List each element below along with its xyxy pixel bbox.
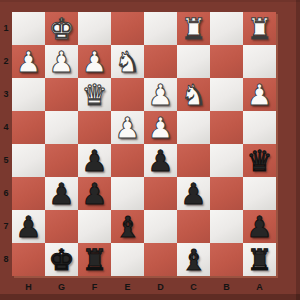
- square-h2[interactable]: ♟: [12, 45, 45, 78]
- square-c4[interactable]: [177, 111, 210, 144]
- square-g4[interactable]: [45, 111, 78, 144]
- black-queen-a5[interactable]: ♛: [243, 144, 276, 177]
- square-g5[interactable]: [45, 144, 78, 177]
- rank-label-5: 5: [0, 144, 12, 177]
- square-b6[interactable]: [210, 177, 243, 210]
- square-b3[interactable]: [210, 78, 243, 111]
- white-pawn-d3[interactable]: ♟: [144, 78, 177, 111]
- square-h1[interactable]: [12, 12, 45, 45]
- square-e7[interactable]: ♝: [111, 210, 144, 243]
- square-c7[interactable]: [177, 210, 210, 243]
- white-queen-f3[interactable]: ♛: [78, 78, 111, 111]
- square-e5[interactable]: [111, 144, 144, 177]
- square-c3[interactable]: ♞: [177, 78, 210, 111]
- square-h6[interactable]: [12, 177, 45, 210]
- square-d4[interactable]: ♟: [144, 111, 177, 144]
- square-h5[interactable]: [12, 144, 45, 177]
- file-label-a: A: [243, 276, 276, 298]
- square-a1[interactable]: ♜: [243, 12, 276, 45]
- chess-board: ♚♜♜♟♟♟♞♛♟♞♟♟♟♟♟♛♟♟♟♟♝♟♚♜♝♜: [12, 12, 276, 276]
- square-g3[interactable]: [45, 78, 78, 111]
- black-pawn-d5[interactable]: ♟: [144, 144, 177, 177]
- square-c6[interactable]: ♟: [177, 177, 210, 210]
- black-pawn-c6[interactable]: ♟: [177, 177, 210, 210]
- file-label-d: D: [144, 276, 177, 298]
- square-f7[interactable]: [78, 210, 111, 243]
- square-b5[interactable]: [210, 144, 243, 177]
- square-f5[interactable]: ♟: [78, 144, 111, 177]
- file-label-b: B: [210, 276, 243, 298]
- square-d5[interactable]: ♟: [144, 144, 177, 177]
- square-a8[interactable]: ♜: [243, 243, 276, 276]
- black-rook-a8[interactable]: ♜: [243, 243, 276, 276]
- rank-label-4: 4: [0, 111, 12, 144]
- black-king-g8[interactable]: ♚: [45, 243, 78, 276]
- rank-label-7: 7: [0, 210, 12, 243]
- file-label-e: E: [111, 276, 144, 298]
- square-g2[interactable]: ♟: [45, 45, 78, 78]
- square-a6[interactable]: [243, 177, 276, 210]
- square-d8[interactable]: [144, 243, 177, 276]
- file-label-c: C: [177, 276, 210, 298]
- white-pawn-d4[interactable]: ♟: [144, 111, 177, 144]
- rank-label-1: 1: [0, 12, 12, 45]
- square-b4[interactable]: [210, 111, 243, 144]
- white-knight-c3[interactable]: ♞: [177, 78, 210, 111]
- square-h7[interactable]: ♟: [12, 210, 45, 243]
- square-c1[interactable]: ♜: [177, 12, 210, 45]
- square-a3[interactable]: ♟: [243, 78, 276, 111]
- square-h8[interactable]: [12, 243, 45, 276]
- chess-board-frame: ♚♜♜♟♟♟♞♛♟♞♟♟♟♟♟♛♟♟♟♟♝♟♚♜♝♜ 12345678 HGFE…: [0, 0, 300, 300]
- square-h3[interactable]: [12, 78, 45, 111]
- rank-label-8: 8: [0, 243, 12, 276]
- white-king-g1[interactable]: ♚: [45, 12, 78, 45]
- square-d1[interactable]: [144, 12, 177, 45]
- white-pawn-f2[interactable]: ♟: [78, 45, 111, 78]
- square-f2[interactable]: ♟: [78, 45, 111, 78]
- square-d6[interactable]: [144, 177, 177, 210]
- white-rook-c1[interactable]: ♜: [177, 12, 210, 45]
- square-e4[interactable]: ♟: [111, 111, 144, 144]
- square-e8[interactable]: [111, 243, 144, 276]
- white-rook-a1[interactable]: ♜: [243, 12, 276, 45]
- white-pawn-e4[interactable]: ♟: [111, 111, 144, 144]
- square-f3[interactable]: ♛: [78, 78, 111, 111]
- square-b7[interactable]: [210, 210, 243, 243]
- black-pawn-f6[interactable]: ♟: [78, 177, 111, 210]
- square-e6[interactable]: [111, 177, 144, 210]
- square-g7[interactable]: [45, 210, 78, 243]
- square-f6[interactable]: ♟: [78, 177, 111, 210]
- black-pawn-h7[interactable]: ♟: [12, 210, 45, 243]
- square-f1[interactable]: [78, 12, 111, 45]
- black-rook-f8[interactable]: ♜: [78, 243, 111, 276]
- square-d2[interactable]: [144, 45, 177, 78]
- square-a4[interactable]: [243, 111, 276, 144]
- square-c8[interactable]: ♝: [177, 243, 210, 276]
- file-label-h: H: [12, 276, 45, 298]
- rank-label-2: 2: [0, 45, 12, 78]
- square-g8[interactable]: ♚: [45, 243, 78, 276]
- square-a2[interactable]: [243, 45, 276, 78]
- white-pawn-a3[interactable]: ♟: [243, 78, 276, 111]
- black-pawn-f5[interactable]: ♟: [78, 144, 111, 177]
- square-e1[interactable]: [111, 12, 144, 45]
- square-d3[interactable]: ♟: [144, 78, 177, 111]
- square-g6[interactable]: ♟: [45, 177, 78, 210]
- square-a7[interactable]: ♟: [243, 210, 276, 243]
- rank-label-6: 6: [0, 177, 12, 210]
- square-f4[interactable]: [78, 111, 111, 144]
- black-bishop-e7[interactable]: ♝: [111, 210, 144, 243]
- square-b8[interactable]: [210, 243, 243, 276]
- white-pawn-g2[interactable]: ♟: [45, 45, 78, 78]
- square-b2[interactable]: [210, 45, 243, 78]
- square-c5[interactable]: [177, 144, 210, 177]
- square-h4[interactable]: [12, 111, 45, 144]
- black-bishop-c8[interactable]: ♝: [177, 243, 210, 276]
- file-label-g: G: [45, 276, 78, 298]
- file-label-f: F: [78, 276, 111, 298]
- white-knight-e2[interactable]: ♞: [111, 45, 144, 78]
- square-c2[interactable]: [177, 45, 210, 78]
- square-a5[interactable]: ♛: [243, 144, 276, 177]
- square-f8[interactable]: ♜: [78, 243, 111, 276]
- rank-label-3: 3: [0, 78, 12, 111]
- square-b1[interactable]: [210, 12, 243, 45]
- square-g1[interactable]: ♚: [45, 12, 78, 45]
- white-pawn-h2[interactable]: ♟: [12, 45, 45, 78]
- black-pawn-g6[interactable]: ♟: [45, 177, 78, 210]
- square-e2[interactable]: ♞: [111, 45, 144, 78]
- square-e3[interactable]: [111, 78, 144, 111]
- square-d7[interactable]: [144, 210, 177, 243]
- black-pawn-a7[interactable]: ♟: [243, 210, 276, 243]
